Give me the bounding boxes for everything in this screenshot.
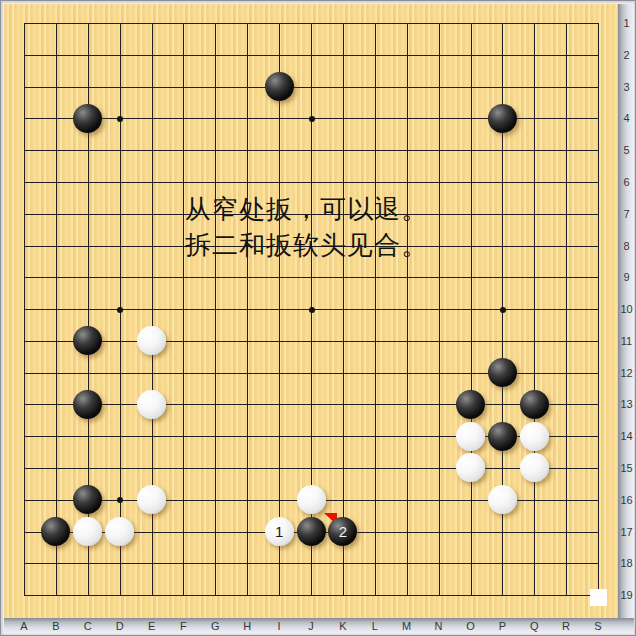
coord-label-letter: D: [110, 620, 130, 632]
grid-line-horizontal: [24, 468, 599, 469]
stone-black[interactable]: [73, 104, 102, 133]
stone-white[interactable]: [73, 517, 102, 546]
coord-label-letter: A: [14, 620, 34, 632]
star-point: [309, 116, 315, 122]
star-point: [117, 116, 123, 122]
coord-label-letter: N: [429, 620, 449, 632]
coord-label-letter: O: [461, 620, 481, 632]
grid-line-horizontal: [24, 341, 599, 342]
coord-label-letter: E: [142, 620, 162, 632]
coord-label-number: 6: [618, 176, 635, 188]
grid-line-vertical: [407, 23, 408, 596]
grid-line-vertical: [534, 23, 535, 596]
coord-label-letter: C: [78, 620, 98, 632]
stone-black[interactable]: [520, 390, 549, 419]
coord-label-number: 19: [618, 589, 635, 601]
grid-line-vertical: [598, 23, 599, 596]
coord-label-letter: M: [397, 620, 417, 632]
coord-label-letter: P: [492, 620, 512, 632]
stone-black[interactable]: [456, 390, 485, 419]
coord-label-letter: L: [365, 620, 385, 632]
move-number-label: 2: [339, 524, 347, 539]
coord-label-number: 1: [618, 17, 635, 29]
stone-white[interactable]: [456, 422, 485, 451]
coord-label-number: 13: [618, 398, 635, 410]
coord-label-number: 4: [618, 112, 635, 124]
grid-line-horizontal: [24, 404, 599, 405]
coord-label-number: 17: [618, 526, 635, 538]
star-point: [117, 497, 123, 503]
stone-white[interactable]: [520, 422, 549, 451]
grid-line-vertical: [343, 23, 344, 596]
annotation-text: 从窄处扳，可以退。 拆二和扳软头见合。: [185, 191, 428, 263]
stone-white[interactable]: [456, 453, 485, 482]
coord-label-number: 12: [618, 367, 635, 379]
coord-label-number: 11: [618, 335, 635, 347]
stone-black[interactable]: [488, 104, 517, 133]
star-point: [117, 307, 123, 313]
stone-black[interactable]: [41, 517, 70, 546]
coord-label-number: 2: [618, 49, 635, 61]
grid-line-vertical: [471, 23, 472, 596]
coord-label-number: 18: [618, 557, 635, 569]
coord-label-number: 3: [618, 81, 635, 93]
stone-black[interactable]: [73, 485, 102, 514]
coord-label-letter: F: [173, 620, 193, 632]
grid-line-horizontal: [24, 595, 599, 596]
coord-label-number: 9: [618, 271, 635, 283]
coord-label-number: 5: [618, 144, 635, 156]
annotation-line-2: 拆二和扳软头见合。: [185, 227, 428, 263]
stone-white[interactable]: [297, 485, 326, 514]
stone-white[interactable]: [105, 517, 134, 546]
coord-label-number: 14: [618, 430, 635, 442]
white-square-marker: [590, 589, 607, 606]
coord-label-number: 8: [618, 240, 635, 252]
move-number-label: 1: [275, 524, 283, 539]
coord-label-number: 10: [618, 303, 635, 315]
stone-white[interactable]: [520, 453, 549, 482]
coord-label-letter: I: [269, 620, 289, 632]
stone-white[interactable]: 1: [265, 517, 294, 546]
stone-black[interactable]: [297, 517, 326, 546]
star-point: [309, 307, 315, 313]
annotation-line-1: 从窄处扳，可以退。: [185, 191, 428, 227]
row-coordinate-strip: [618, 4, 634, 634]
coord-label-letter: K: [333, 620, 353, 632]
coord-label-letter: S: [588, 620, 608, 632]
coord-label-letter: J: [301, 620, 321, 632]
stone-black[interactable]: [488, 422, 517, 451]
stone-white[interactable]: [137, 390, 166, 419]
stone-black[interactable]: 2: [328, 517, 357, 546]
coord-label-number: 7: [618, 208, 635, 220]
coord-label-letter: R: [556, 620, 576, 632]
stone-white[interactable]: [137, 485, 166, 514]
go-app-window: 12 从窄处扳，可以退。 拆二和扳软头见合。 12345678910111213…: [0, 0, 636, 636]
grid-line-vertical: [375, 23, 376, 596]
coord-label-number: 15: [618, 462, 635, 474]
go-board[interactable]: 12: [4, 4, 618, 618]
stone-black[interactable]: [265, 72, 294, 101]
stone-black[interactable]: [73, 326, 102, 355]
coord-label-letter: G: [205, 620, 225, 632]
coord-label-letter: H: [237, 620, 257, 632]
grid-line-vertical: [439, 23, 440, 596]
grid-line-vertical: [566, 23, 567, 596]
coord-label-number: 16: [618, 494, 635, 506]
stone-black[interactable]: [488, 358, 517, 387]
grid-line-horizontal: [24, 563, 599, 564]
stone-white[interactable]: [137, 326, 166, 355]
stone-white[interactable]: [488, 485, 517, 514]
coord-label-letter: Q: [524, 620, 544, 632]
coord-label-letter: B: [46, 620, 66, 632]
stone-black[interactable]: [73, 390, 102, 419]
star-point: [500, 307, 506, 313]
